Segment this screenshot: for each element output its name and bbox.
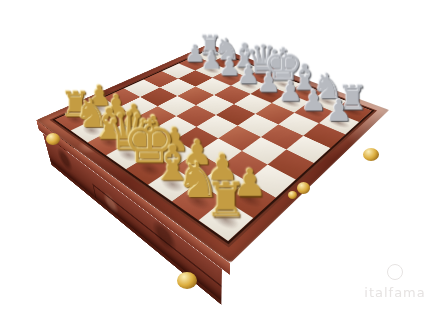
watermark: italfama <box>356 264 434 301</box>
product-photo-stage: ♜♞♝♛♚♝♞♜♟♟♟♟♟♟♟♟♟♟♟♟♟♟♟♟♜♞♝♛♚♝♞♜ italfam… <box>0 0 435 330</box>
gold-foot-near <box>177 272 197 289</box>
black-pawn[interactable]: ♟ <box>308 96 370 126</box>
board-top: ♜♞♝♛♚♝♞♜♟♟♟♟♟♟♟♟♟♟♟♟♟♟♟♟♜♞♝♛♚♝♞♜ <box>36 44 389 264</box>
gold-foot-right <box>363 148 379 161</box>
drawer-knob[interactable] <box>297 182 310 194</box>
white-rook[interactable]: ♜ <box>185 176 268 223</box>
drawer-knob-stem <box>288 191 297 199</box>
watermark-logo-icon <box>387 264 403 280</box>
chess-box: ♜♞♝♛♚♝♞♜♟♟♟♟♟♟♟♟♟♟♟♟♟♟♟♟♜♞♝♛♚♝♞♜ <box>36 44 389 264</box>
watermark-text: italfama <box>364 285 425 300</box>
gold-foot-left <box>46 133 60 145</box>
